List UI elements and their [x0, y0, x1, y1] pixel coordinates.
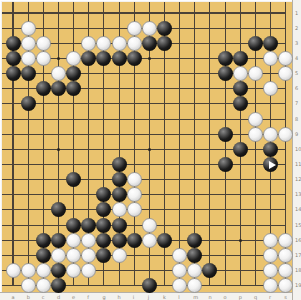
white-stone[interactable] — [263, 51, 278, 66]
black-stone[interactable] — [6, 51, 21, 66]
column-label: l — [178, 295, 179, 300]
white-stone[interactable] — [263, 233, 278, 248]
black-stone[interactable] — [66, 218, 81, 233]
black-stone[interactable] — [36, 248, 51, 263]
black-stone[interactable] — [218, 127, 233, 142]
black-stone[interactable] — [142, 278, 157, 293]
row-label: 10 — [295, 147, 301, 152]
black-stone[interactable] — [96, 218, 111, 233]
white-stone[interactable] — [142, 218, 157, 233]
row-label: 12 — [295, 177, 301, 182]
row-label: 8 — [295, 117, 298, 122]
column-label: h — [118, 295, 121, 300]
column-label: s — [284, 295, 287, 300]
last-move-marker — [269, 161, 276, 169]
column-label: p — [239, 295, 242, 300]
black-stone[interactable] — [21, 96, 36, 111]
column-label: q — [254, 295, 257, 300]
white-stone[interactable] — [278, 233, 293, 248]
row-label: 17 — [295, 253, 301, 258]
white-stone[interactable] — [278, 127, 293, 142]
black-stone[interactable] — [233, 51, 248, 66]
black-stone[interactable] — [21, 66, 36, 81]
white-stone[interactable] — [81, 36, 96, 51]
white-stone[interactable] — [66, 51, 81, 66]
white-stone[interactable] — [127, 21, 142, 36]
row-label: 1 — [295, 11, 298, 16]
column-label: d — [57, 295, 60, 300]
white-stone[interactable] — [142, 233, 157, 248]
black-stone[interactable] — [218, 66, 233, 81]
black-stone[interactable] — [112, 51, 127, 66]
black-stone[interactable] — [263, 142, 278, 157]
row-label: 18 — [295, 268, 301, 273]
white-stone[interactable] — [36, 278, 51, 293]
white-stone[interactable] — [21, 51, 36, 66]
row-label: 6 — [295, 86, 298, 91]
black-stone[interactable] — [157, 233, 172, 248]
column-coordinate-strip: abcdefghijklmnopqrs — [0, 292, 292, 300]
black-stone[interactable] — [6, 66, 21, 81]
star-point — [239, 239, 242, 242]
row-label: 5 — [295, 71, 298, 76]
white-stone[interactable] — [36, 263, 51, 278]
white-stone[interactable] — [127, 36, 142, 51]
column-label: o — [224, 295, 227, 300]
white-stone[interactable] — [112, 248, 127, 263]
black-stone[interactable] — [127, 51, 142, 66]
black-stone[interactable] — [112, 233, 127, 248]
row-label: 16 — [295, 238, 301, 243]
star-point — [57, 148, 60, 151]
column-label: b — [27, 295, 30, 300]
black-stone[interactable] — [218, 51, 233, 66]
row-label: 19 — [295, 283, 301, 288]
white-stone[interactable] — [248, 66, 263, 81]
row-label: 14 — [295, 207, 301, 212]
white-stone[interactable] — [81, 233, 96, 248]
white-stone[interactable] — [21, 278, 36, 293]
black-stone[interactable] — [112, 157, 127, 172]
white-stone[interactable] — [278, 248, 293, 263]
column-label: c — [42, 295, 45, 300]
white-stone[interactable] — [6, 263, 21, 278]
black-stone[interactable] — [263, 36, 278, 51]
black-stone[interactable] — [81, 218, 96, 233]
black-stone[interactable] — [248, 36, 263, 51]
black-stone[interactable] — [142, 36, 157, 51]
white-stone[interactable] — [21, 36, 36, 51]
black-stone[interactable] — [112, 187, 127, 202]
column-label: j — [148, 295, 149, 300]
column-label: a — [12, 295, 15, 300]
star-point — [57, 57, 60, 60]
column-label: f — [87, 295, 89, 300]
row-coordinate-strip: 12345678910111213141516171819 — [292, 0, 301, 300]
row-label: 9 — [295, 132, 298, 137]
go-app-window: 12345678910111213141516171819 abcdefghij… — [0, 0, 301, 300]
star-point — [148, 148, 151, 151]
black-stone[interactable] — [6, 36, 21, 51]
black-stone[interactable] — [127, 233, 142, 248]
white-stone[interactable] — [112, 202, 127, 217]
white-stone[interactable] — [127, 172, 142, 187]
column-label: m — [193, 295, 198, 300]
white-stone[interactable] — [233, 66, 248, 81]
black-stone[interactable] — [157, 21, 172, 36]
white-stone[interactable] — [51, 66, 66, 81]
column-label: r — [269, 295, 271, 300]
black-stone[interactable] — [51, 263, 66, 278]
row-label: 3 — [295, 41, 298, 46]
black-stone[interactable] — [36, 81, 51, 96]
column-label: g — [102, 295, 105, 300]
white-stone[interactable] — [21, 21, 36, 36]
column-label: n — [208, 295, 211, 300]
white-stone[interactable] — [248, 127, 263, 142]
white-stone[interactable] — [248, 112, 263, 127]
row-label: 13 — [295, 192, 301, 197]
star-point — [148, 57, 151, 60]
black-stone[interactable] — [218, 157, 233, 172]
row-label: 11 — [295, 162, 301, 167]
row-label: 15 — [295, 223, 301, 228]
black-stone[interactable] — [157, 36, 172, 51]
column-label: k — [163, 295, 166, 300]
white-stone[interactable] — [142, 21, 157, 36]
white-stone[interactable] — [263, 248, 278, 263]
row-label: 2 — [295, 26, 298, 31]
white-stone[interactable] — [21, 263, 36, 278]
white-stone[interactable] — [127, 187, 142, 202]
row-label: 4 — [295, 56, 298, 61]
white-stone[interactable] — [112, 36, 127, 51]
white-stone[interactable] — [263, 263, 278, 278]
white-stone[interactable] — [36, 36, 51, 51]
white-stone[interactable] — [66, 248, 81, 263]
white-stone[interactable] — [51, 248, 66, 263]
black-stone[interactable] — [51, 233, 66, 248]
black-stone[interactable] — [112, 172, 127, 187]
black-stone[interactable] — [187, 233, 202, 248]
black-stone[interactable] — [112, 218, 127, 233]
white-stone[interactable] — [66, 233, 81, 248]
white-stone[interactable] — [263, 127, 278, 142]
white-stone[interactable] — [36, 51, 51, 66]
row-label: 7 — [295, 101, 298, 106]
black-stone[interactable] — [263, 157, 278, 172]
black-stone[interactable] — [233, 81, 248, 96]
column-label: e — [72, 295, 75, 300]
white-stone[interactable] — [172, 248, 187, 263]
column-label: i — [133, 295, 134, 300]
black-stone[interactable] — [233, 142, 248, 157]
black-stone[interactable] — [36, 233, 51, 248]
